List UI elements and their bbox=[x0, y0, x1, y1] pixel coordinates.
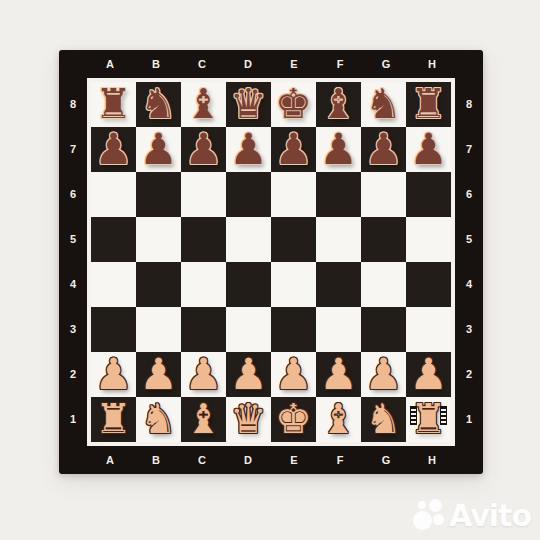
piece-white-pawn-f2[interactable]: ♟ bbox=[316, 352, 361, 397]
square-e3[interactable] bbox=[271, 307, 316, 352]
avito-logo-circle bbox=[413, 511, 432, 530]
square-f2[interactable]: ♟ bbox=[316, 352, 361, 397]
square-c6[interactable] bbox=[181, 172, 226, 217]
coord-rank-8: 8 bbox=[59, 82, 87, 127]
square-f4[interactable] bbox=[316, 262, 361, 307]
coord-file-g: G bbox=[363, 50, 409, 78]
coord-file-b: B bbox=[133, 50, 179, 78]
square-a2[interactable]: ♟ bbox=[91, 352, 136, 397]
square-e6[interactable] bbox=[271, 172, 316, 217]
piece-white-bishop-f1[interactable]: ♝ bbox=[316, 397, 361, 442]
avito-watermark: Avito bbox=[413, 498, 531, 533]
coord-rank-6: 6 bbox=[59, 172, 87, 217]
square-d6[interactable] bbox=[226, 172, 271, 217]
piece-black-rook-h8[interactable]: ♜ bbox=[406, 82, 451, 127]
piece-white-rook-a1[interactable]: ♜ bbox=[91, 397, 136, 442]
square-h7[interactable]: ♟ bbox=[406, 127, 451, 172]
coord-file-a: A bbox=[87, 446, 133, 474]
coord-rank-6: 6 bbox=[455, 172, 483, 217]
square-c5[interactable] bbox=[181, 217, 226, 262]
square-e8[interactable]: ♚ bbox=[271, 82, 316, 127]
square-e7[interactable]: ♟ bbox=[271, 127, 316, 172]
coord-file-a: A bbox=[87, 50, 133, 78]
piece-white-king-e1[interactable]: ♚ bbox=[271, 397, 316, 442]
square-h4[interactable] bbox=[406, 262, 451, 307]
square-a6[interactable] bbox=[91, 172, 136, 217]
coord-file-d: D bbox=[225, 50, 271, 78]
piece-black-bishop-c8[interactable]: ♝ bbox=[181, 82, 226, 127]
square-c4[interactable] bbox=[181, 262, 226, 307]
piece-black-pawn-e7[interactable]: ♟ bbox=[271, 127, 316, 172]
square-a5[interactable] bbox=[91, 217, 136, 262]
avito-logo-circle bbox=[418, 501, 426, 509]
square-d3[interactable] bbox=[226, 307, 271, 352]
piece-white-bishop-c1[interactable]: ♝ bbox=[181, 397, 226, 442]
square-f7[interactable]: ♟ bbox=[316, 127, 361, 172]
avito-logo-circle bbox=[433, 514, 444, 525]
square-b7[interactable]: ♟ bbox=[136, 127, 181, 172]
piece-black-pawn-f7[interactable]: ♟ bbox=[316, 127, 361, 172]
piece-white-knight-b1[interactable]: ♞ bbox=[136, 397, 181, 442]
coord-file-e: E bbox=[271, 446, 317, 474]
square-g2[interactable]: ♟ bbox=[361, 352, 406, 397]
square-b8[interactable]: ♞ bbox=[136, 82, 181, 127]
piece-black-bishop-f8[interactable]: ♝ bbox=[316, 82, 361, 127]
board-grid: ♜♞♝♛♚♝♞♜♟♟♟♟♟♟♟♟♟♟♟♟♟♟♟♟♜♞♝♛♚♝♞♜ bbox=[91, 82, 451, 442]
square-a3[interactable] bbox=[91, 307, 136, 352]
square-a8[interactable]: ♜ bbox=[91, 82, 136, 127]
file-labels-bottom: ABCDEFGH bbox=[87, 446, 455, 474]
coord-rank-8: 8 bbox=[455, 82, 483, 127]
coord-file-f: F bbox=[317, 446, 363, 474]
coord-rank-2: 2 bbox=[59, 352, 87, 397]
rank-labels-left: 87654321 bbox=[59, 78, 87, 446]
coord-rank-4: 4 bbox=[59, 262, 87, 307]
piece-white-pawn-b2[interactable]: ♟ bbox=[136, 352, 181, 397]
square-d7[interactable]: ♟ bbox=[226, 127, 271, 172]
piece-black-king-e8[interactable]: ♚ bbox=[271, 82, 316, 127]
coord-file-b: B bbox=[133, 446, 179, 474]
coord-rank-7: 7 bbox=[455, 127, 483, 172]
square-f5[interactable] bbox=[316, 217, 361, 262]
chess-board: ABCDEFGH ABCDEFGH 87654321 87654321 ♜♞♝♛… bbox=[59, 50, 483, 474]
square-e5[interactable] bbox=[271, 217, 316, 262]
piece-black-rook-a8[interactable]: ♜ bbox=[91, 82, 136, 127]
square-g8[interactable]: ♞ bbox=[361, 82, 406, 127]
square-d2[interactable]: ♟ bbox=[226, 352, 271, 397]
coord-rank-4: 4 bbox=[455, 262, 483, 307]
piece-black-pawn-d7[interactable]: ♟ bbox=[226, 127, 271, 172]
square-e4[interactable] bbox=[271, 262, 316, 307]
square-f6[interactable] bbox=[316, 172, 361, 217]
square-e2[interactable]: ♟ bbox=[271, 352, 316, 397]
board-inner-frame: ♜♞♝♛♚♝♞♜♟♟♟♟♟♟♟♟♟♟♟♟♟♟♟♟♜♞♝♛♚♝♞♜ bbox=[87, 78, 455, 446]
square-b1[interactable]: ♞ bbox=[136, 397, 181, 442]
square-c3[interactable] bbox=[181, 307, 226, 352]
avito-logo-icon bbox=[413, 499, 445, 533]
square-a7[interactable]: ♟ bbox=[91, 127, 136, 172]
avito-watermark-text: Avito bbox=[449, 498, 531, 533]
square-d4[interactable] bbox=[226, 262, 271, 307]
coord-file-e: E bbox=[271, 50, 317, 78]
coord-rank-5: 5 bbox=[59, 217, 87, 262]
avito-logo-circle bbox=[429, 499, 442, 512]
coord-rank-3: 3 bbox=[455, 307, 483, 352]
square-d5[interactable] bbox=[226, 217, 271, 262]
square-a1[interactable]: ♜ bbox=[91, 397, 136, 442]
piece-black-knight-b8[interactable]: ♞ bbox=[136, 82, 181, 127]
photo-background: { "game": "chess", "position": { "fen": … bbox=[0, 0, 540, 540]
piece-white-pawn-d2[interactable]: ♟ bbox=[226, 352, 271, 397]
coord-file-h: H bbox=[409, 446, 455, 474]
piece-white-pawn-c2[interactable]: ♟ bbox=[181, 352, 226, 397]
coord-rank-2: 2 bbox=[455, 352, 483, 397]
square-c8[interactable]: ♝ bbox=[181, 82, 226, 127]
coord-file-d: D bbox=[225, 446, 271, 474]
square-c7[interactable]: ♟ bbox=[181, 127, 226, 172]
coord-rank-1: 1 bbox=[455, 397, 483, 442]
square-g3[interactable] bbox=[361, 307, 406, 352]
piece-black-pawn-g7[interactable]: ♟ bbox=[361, 127, 406, 172]
square-g1[interactable]: ♞ bbox=[361, 397, 406, 442]
square-g6[interactable] bbox=[361, 172, 406, 217]
square-f1[interactable]: ♝ bbox=[316, 397, 361, 442]
square-g7[interactable]: ♟ bbox=[361, 127, 406, 172]
square-e1[interactable]: ♚ bbox=[271, 397, 316, 442]
piece-white-pawn-e2[interactable]: ♟ bbox=[271, 352, 316, 397]
square-b5[interactable] bbox=[136, 217, 181, 262]
square-b6[interactable] bbox=[136, 172, 181, 217]
piece-black-pawn-b7[interactable]: ♟ bbox=[136, 127, 181, 172]
square-b4[interactable] bbox=[136, 262, 181, 307]
coord-file-h: H bbox=[409, 50, 455, 78]
square-g5[interactable] bbox=[361, 217, 406, 262]
piece-black-queen-d8[interactable]: ♛ bbox=[226, 82, 271, 127]
square-f3[interactable] bbox=[316, 307, 361, 352]
piece-white-queen-d1[interactable]: ♛ bbox=[226, 397, 271, 442]
square-g4[interactable] bbox=[361, 262, 406, 307]
coord-rank-5: 5 bbox=[455, 217, 483, 262]
piece-white-rook-h1[interactable]: ♜ bbox=[406, 397, 451, 442]
coord-rank-1: 1 bbox=[59, 397, 87, 442]
piece-black-pawn-c7[interactable]: ♟ bbox=[181, 127, 226, 172]
piece-black-pawn-a7[interactable]: ♟ bbox=[91, 127, 136, 172]
square-a4[interactable] bbox=[91, 262, 136, 307]
square-c2[interactable]: ♟ bbox=[181, 352, 226, 397]
piece-white-knight-g1[interactable]: ♞ bbox=[361, 397, 406, 442]
square-h3[interactable] bbox=[406, 307, 451, 352]
coord-file-f: F bbox=[317, 50, 363, 78]
coord-rank-3: 3 bbox=[59, 307, 87, 352]
file-labels-top: ABCDEFGH bbox=[87, 50, 455, 78]
square-h6[interactable] bbox=[406, 172, 451, 217]
square-f8[interactable]: ♝ bbox=[316, 82, 361, 127]
rank-labels-right: 87654321 bbox=[455, 78, 483, 446]
square-h5[interactable] bbox=[406, 217, 451, 262]
piece-black-knight-g8[interactable]: ♞ bbox=[361, 82, 406, 127]
square-b2[interactable]: ♟ bbox=[136, 352, 181, 397]
coord-rank-7: 7 bbox=[59, 127, 87, 172]
coord-file-c: C bbox=[179, 50, 225, 78]
square-h1[interactable]: ♜ bbox=[406, 397, 451, 442]
piece-white-pawn-h2[interactable]: ♟ bbox=[406, 352, 451, 397]
square-h8[interactable]: ♜ bbox=[406, 82, 451, 127]
coord-file-c: C bbox=[179, 446, 225, 474]
coord-file-g: G bbox=[363, 446, 409, 474]
square-d8[interactable]: ♛ bbox=[226, 82, 271, 127]
piece-white-pawn-g2[interactable]: ♟ bbox=[361, 352, 406, 397]
square-h2[interactable]: ♟ bbox=[406, 352, 451, 397]
piece-black-pawn-h7[interactable]: ♟ bbox=[406, 127, 451, 172]
square-c1[interactable]: ♝ bbox=[181, 397, 226, 442]
square-b3[interactable] bbox=[136, 307, 181, 352]
square-d1[interactable]: ♛ bbox=[226, 397, 271, 442]
piece-white-pawn-a2[interactable]: ♟ bbox=[91, 352, 136, 397]
